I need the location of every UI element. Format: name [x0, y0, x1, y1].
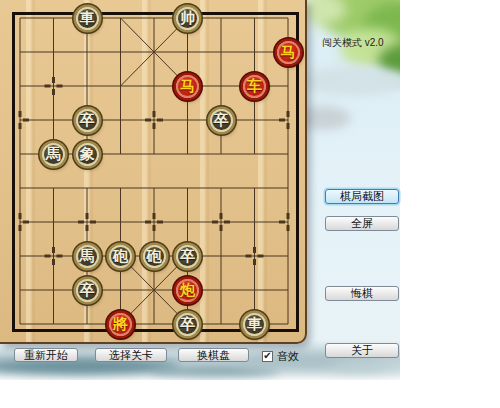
- piece-black-horse[interactable]: 馬: [42, 143, 65, 166]
- app-window: 車帅马马车卒卒馬象馬砲砲卒卒炮將卒車 闯关模式 v2.0 棋局截图 全屏 悔棋 …: [0, 0, 500, 408]
- piece-black-pawn[interactable]: 卒: [210, 109, 233, 132]
- piece-black-general[interactable]: 帅: [176, 7, 199, 30]
- piece-black-elephant[interactable]: 象: [76, 143, 99, 166]
- check-icon: ✔: [263, 351, 271, 361]
- screenshot-button[interactable]: 棋局截图: [325, 189, 399, 204]
- undo-move-button[interactable]: 悔棋: [325, 286, 399, 301]
- about-button[interactable]: 关于: [325, 343, 399, 358]
- piece-black-chariot[interactable]: 車: [76, 7, 99, 30]
- piece-black-cannon[interactable]: 砲: [109, 245, 132, 268]
- fullscreen-button[interactable]: 全屏: [325, 216, 399, 231]
- restart-button[interactable]: 重新开始: [14, 348, 78, 362]
- change-board-button[interactable]: 换棋盘: [178, 348, 249, 362]
- piece-black-horse[interactable]: 馬: [76, 245, 99, 268]
- piece-black-pawn[interactable]: 卒: [76, 279, 99, 302]
- mist-cloud: [298, 66, 400, 96]
- piece-black-pawn[interactable]: 卒: [176, 313, 199, 336]
- piece-red-general[interactable]: 將: [109, 313, 132, 336]
- piece-red-chariot[interactable]: 车: [243, 75, 266, 98]
- xiangqi-board[interactable]: 車帅马马车卒卒馬象馬砲砲卒卒炮將卒車: [0, 0, 307, 344]
- sound-toggle: ✔ 音效: [262, 349, 299, 364]
- piece-black-cannon[interactable]: 砲: [143, 245, 166, 268]
- piece-red-horse[interactable]: 马: [277, 41, 300, 64]
- piece-red-cannon[interactable]: 炮: [176, 279, 199, 302]
- mist-cloud: [330, 360, 400, 373]
- piece-black-pawn[interactable]: 卒: [76, 109, 99, 132]
- piece-red-horse[interactable]: 马: [176, 75, 199, 98]
- board-grid: [20, 18, 288, 324]
- mode-version-label: 闯关模式 v2.0: [322, 36, 384, 50]
- piece-black-chariot[interactable]: 車: [243, 313, 266, 336]
- sound-label: 音效: [277, 349, 299, 364]
- piece-black-pawn[interactable]: 卒: [176, 245, 199, 268]
- choose-level-button[interactable]: 选择关卡: [95, 348, 167, 362]
- sound-checkbox[interactable]: ✔: [262, 351, 273, 362]
